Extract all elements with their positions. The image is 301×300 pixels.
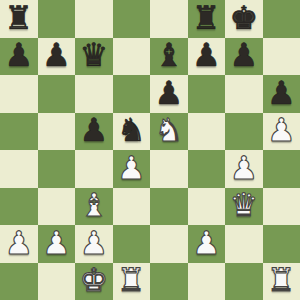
- square-e8[interactable]: [150, 0, 188, 38]
- white-pawn-piece[interactable]: ♟: [192, 227, 221, 259]
- square-e1[interactable]: [150, 263, 188, 300]
- square-c5[interactable]: ♟: [75, 113, 113, 151]
- square-b2[interactable]: ♟: [38, 225, 76, 263]
- white-pawn-piece[interactable]: ♟: [267, 114, 296, 146]
- white-pawn-piece[interactable]: ♟: [79, 227, 108, 259]
- black-pawn-piece[interactable]: ♟: [267, 77, 296, 109]
- square-e5[interactable]: ♞: [150, 113, 188, 151]
- square-b6[interactable]: [38, 75, 76, 113]
- square-c1[interactable]: ♚: [75, 263, 113, 300]
- square-a8[interactable]: ♜: [0, 0, 38, 38]
- square-b8[interactable]: [38, 0, 76, 38]
- black-rook-piece[interactable]: ♜: [192, 2, 221, 34]
- square-d5[interactable]: ♞: [113, 113, 151, 151]
- square-b1[interactable]: [38, 263, 76, 300]
- black-pawn-piece[interactable]: ♟: [229, 39, 258, 71]
- square-e3[interactable]: [150, 188, 188, 226]
- square-c6[interactable]: [75, 75, 113, 113]
- square-g2[interactable]: [225, 225, 263, 263]
- square-c4[interactable]: [75, 150, 113, 188]
- square-h7[interactable]: [263, 38, 301, 76]
- square-g7[interactable]: ♟: [225, 38, 263, 76]
- square-d4[interactable]: ♟: [113, 150, 151, 188]
- square-a7[interactable]: ♟: [0, 38, 38, 76]
- square-d1[interactable]: ♜: [113, 263, 151, 300]
- square-h2[interactable]: [263, 225, 301, 263]
- white-rook-piece[interactable]: ♜: [117, 264, 146, 296]
- square-f2[interactable]: ♟: [188, 225, 226, 263]
- square-f5[interactable]: [188, 113, 226, 151]
- square-c3[interactable]: ♝: [75, 188, 113, 226]
- black-bishop-piece[interactable]: ♝: [154, 39, 183, 71]
- black-pawn-piece[interactable]: ♟: [4, 39, 33, 71]
- white-rook-piece[interactable]: ♜: [267, 264, 296, 296]
- white-pawn-piece[interactable]: ♟: [229, 152, 258, 184]
- square-h3[interactable]: [263, 188, 301, 226]
- square-f1[interactable]: [188, 263, 226, 300]
- square-e2[interactable]: [150, 225, 188, 263]
- square-b7[interactable]: ♟: [38, 38, 76, 76]
- square-h8[interactable]: [263, 0, 301, 38]
- chess-board: ♜♜♚♟♟♛♝♟♟♟♟♟♞♞♟♟♟♝♛♟♟♟♟♚♜♜: [0, 0, 300, 300]
- white-knight-piece[interactable]: ♞: [154, 114, 183, 146]
- square-f8[interactable]: ♜: [188, 0, 226, 38]
- square-h6[interactable]: ♟: [263, 75, 301, 113]
- square-g6[interactable]: [225, 75, 263, 113]
- square-d3[interactable]: [113, 188, 151, 226]
- square-b5[interactable]: [38, 113, 76, 151]
- square-e4[interactable]: [150, 150, 188, 188]
- square-h4[interactable]: [263, 150, 301, 188]
- square-c7[interactable]: ♛: [75, 38, 113, 76]
- square-b3[interactable]: [38, 188, 76, 226]
- black-pawn-piece[interactable]: ♟: [42, 39, 71, 71]
- square-c8[interactable]: [75, 0, 113, 38]
- black-queen-piece[interactable]: ♛: [79, 39, 108, 71]
- black-pawn-piece[interactable]: ♟: [154, 77, 183, 109]
- square-a5[interactable]: [0, 113, 38, 151]
- white-pawn-piece[interactable]: ♟: [42, 227, 71, 259]
- white-bishop-piece[interactable]: ♝: [79, 189, 108, 221]
- square-a1[interactable]: [0, 263, 38, 300]
- square-c2[interactable]: ♟: [75, 225, 113, 263]
- square-d8[interactable]: [113, 0, 151, 38]
- black-rook-piece[interactable]: ♜: [4, 2, 33, 34]
- square-a6[interactable]: [0, 75, 38, 113]
- black-pawn-piece[interactable]: ♟: [192, 39, 221, 71]
- square-g5[interactable]: [225, 113, 263, 151]
- square-f3[interactable]: [188, 188, 226, 226]
- square-d7[interactable]: [113, 38, 151, 76]
- white-king-piece[interactable]: ♚: [79, 264, 108, 296]
- black-pawn-piece[interactable]: ♟: [79, 114, 108, 146]
- square-e6[interactable]: ♟: [150, 75, 188, 113]
- square-f4[interactable]: [188, 150, 226, 188]
- square-h1[interactable]: ♜: [263, 263, 301, 300]
- white-pawn-piece[interactable]: ♟: [117, 152, 146, 184]
- square-h5[interactable]: ♟: [263, 113, 301, 151]
- black-knight-piece[interactable]: ♞: [117, 114, 146, 146]
- square-b4[interactable]: [38, 150, 76, 188]
- square-g4[interactable]: ♟: [225, 150, 263, 188]
- white-pawn-piece[interactable]: ♟: [4, 227, 33, 259]
- square-d6[interactable]: [113, 75, 151, 113]
- black-king-piece[interactable]: ♚: [229, 2, 258, 34]
- square-g8[interactable]: ♚: [225, 0, 263, 38]
- chess-board-container: ♜♜♚♟♟♛♝♟♟♟♟♟♞♞♟♟♟♝♛♟♟♟♟♚♜♜: [0, 0, 300, 300]
- square-g1[interactable]: [225, 263, 263, 300]
- square-d2[interactable]: [113, 225, 151, 263]
- white-queen-piece[interactable]: ♛: [229, 189, 258, 221]
- square-a3[interactable]: [0, 188, 38, 226]
- square-a2[interactable]: ♟: [0, 225, 38, 263]
- square-f7[interactable]: ♟: [188, 38, 226, 76]
- square-a4[interactable]: [0, 150, 38, 188]
- square-g3[interactable]: ♛: [225, 188, 263, 226]
- square-f6[interactable]: [188, 75, 226, 113]
- square-e7[interactable]: ♝: [150, 38, 188, 76]
